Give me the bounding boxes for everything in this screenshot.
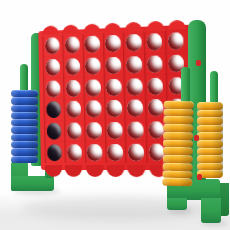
empty-slot [107,144,123,161]
board-cell [105,141,126,163]
blue-disc [11,97,38,104]
right-leg-front-foot [167,198,187,210]
board-cell [145,75,167,97]
board-cell [124,97,145,119]
empty-slot [65,58,80,75]
empty-slot [106,79,122,96]
empty-slot [127,78,143,95]
empty-slot [106,57,122,74]
board-cell [144,53,166,76]
empty-slot [148,121,164,138]
blue-disc [11,134,38,141]
yellow-disc [197,163,223,171]
blue-disc-stack [11,90,38,163]
yellow-disc [162,178,192,186]
board-cell [43,99,63,121]
empty-slot [45,59,60,76]
scallop-bump [128,165,146,177]
empty-slot [66,123,81,140]
empty-slot [128,143,144,160]
yellow-disc [197,155,223,163]
empty-slot [87,144,102,161]
yellow-disc [197,110,223,118]
blue-disc [11,148,38,155]
board-cell [125,141,146,163]
empty-slot [147,77,163,94]
empty-slot [105,35,121,52]
empty-slot [148,99,164,116]
board-cell [82,55,103,77]
blue-disc [11,119,38,126]
board-cell [63,77,84,99]
yellow-disc [164,101,194,109]
empty-slot [126,56,142,73]
empty-slot [65,37,80,54]
scallop-bump [65,165,83,177]
scallop-bump [86,165,104,177]
empty-slot [147,55,163,73]
empty-slot [127,100,143,117]
board-cell [125,119,146,141]
board-cell [165,30,187,53]
empty-slot [85,36,100,53]
blue-disc [11,156,38,163]
empty-slot [67,144,82,161]
empty-slot [106,100,122,117]
yellow-disc [197,148,223,156]
lock-knob-icon [197,174,202,180]
board-cell [84,141,105,163]
empty-slot [45,38,60,55]
product-photo-scene [0,0,230,230]
blue-disc [11,126,38,133]
scallop-bump [44,165,61,177]
scallop-bump [106,165,124,177]
board-cell [123,32,144,55]
empty-slot [128,122,144,139]
board-cell [82,33,103,55]
empty-slot [46,123,61,140]
yellow-disc [197,132,223,140]
empty-slot [168,33,184,51]
right-leg-rear-foot [201,198,221,223]
lock-knob-icon [196,60,201,66]
board-cell [62,56,83,78]
board-cell [43,56,63,78]
yellow-disc [163,132,193,140]
board-cell [104,98,125,120]
yellow-disc-stack-rear [197,102,223,178]
yellow-disc [197,117,223,125]
board-cell [103,54,124,76]
board-cell [103,76,124,98]
empty-slot [86,79,101,96]
blue-disc [11,141,38,148]
blue-disc [11,105,38,112]
empty-slot [107,122,123,139]
empty-slot [66,101,81,118]
board-cell [62,34,83,56]
yellow-disc [197,102,223,110]
blue-disc [11,112,38,119]
empty-slot [85,58,100,75]
yellow-disc [197,140,223,148]
board-cell [64,120,85,142]
empty-slot [65,80,80,97]
board-cell [43,78,63,100]
yellow-disc [197,125,223,133]
board-cell [102,33,123,55]
empty-slot [86,101,101,118]
empty-slot [46,80,61,97]
board-cell [42,35,62,57]
lock-knob-icon [194,135,199,141]
empty-slot [46,101,61,118]
board-cell [124,75,145,97]
blue-disc [11,90,38,97]
board-cell [84,120,105,142]
board-cell [83,98,104,120]
yellow-disc-stack-front [162,101,193,187]
board-cell [63,99,84,121]
empty-slot [47,144,62,161]
yellow-disc [163,163,193,171]
empty-slot [147,33,163,51]
left-leg-foot [11,176,54,191]
board-cell [144,31,166,54]
empty-slot [126,34,142,52]
empty-slot [86,122,101,139]
board-cell [64,142,85,163]
board-cell [44,120,64,142]
board-cell [123,54,144,76]
board-cell [44,142,64,163]
board-cell [104,120,125,142]
board-cell [83,77,104,99]
